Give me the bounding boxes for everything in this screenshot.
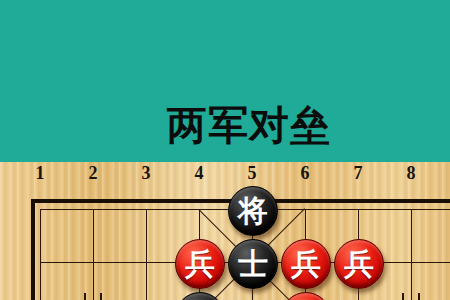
column-label-2: 2 <box>82 163 104 184</box>
point-marker <box>418 293 420 300</box>
point-marker <box>84 293 86 300</box>
column-label-7: 7 <box>347 163 369 184</box>
column-label-6: 6 <box>294 163 316 184</box>
xiangqi-board[interactable]: 1 2 3 4 5 6 7 8 <box>0 162 450 300</box>
piece-red-soldier[interactable]: 兵 <box>175 239 225 289</box>
board-cell <box>411 262 450 300</box>
column-label-4: 4 <box>188 163 210 184</box>
piece-glyph: 兵 <box>185 249 215 279</box>
board-cell <box>93 209 146 262</box>
title-banner: 两军对垒 <box>0 0 450 162</box>
column-label-1: 1 <box>29 163 51 184</box>
board-cell <box>411 209 450 262</box>
point-marker <box>402 293 404 300</box>
board-cell <box>40 209 93 262</box>
piece-glyph: 士 <box>238 249 268 279</box>
piece-black-advisor[interactable]: 士 <box>228 239 278 289</box>
piece-glyph: 兵 <box>344 249 374 279</box>
piece-glyph: 兵 <box>291 249 321 279</box>
piece-black-general[interactable]: 将 <box>228 186 278 236</box>
column-label-8: 8 <box>400 163 422 184</box>
puzzle-title: 两军对垒 <box>167 103 331 147</box>
xiangqi-puzzle-screen: 两军对垒 1 2 3 4 5 6 7 8 <box>0 0 450 300</box>
piece-red-soldier[interactable]: 兵 <box>281 239 331 289</box>
piece-red-soldier[interactable]: 兵 <box>334 239 384 289</box>
column-label-5: 5 <box>241 163 263 184</box>
piece-glyph: 将 <box>238 196 268 226</box>
column-label-3: 3 <box>135 163 157 184</box>
point-marker <box>100 293 102 300</box>
